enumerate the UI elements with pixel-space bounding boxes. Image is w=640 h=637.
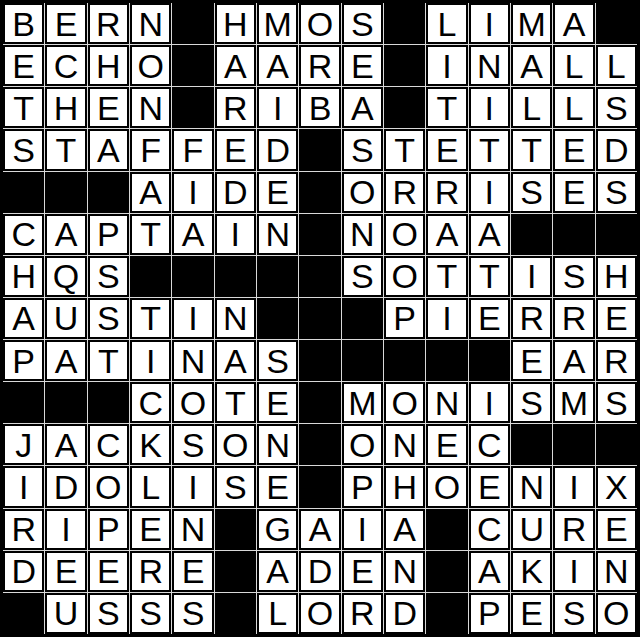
letter-cell-r14c2[interactable]: E <box>45 551 86 592</box>
letter-cell-r12c4[interactable]: L <box>130 466 171 507</box>
letter-cell-r9c15[interactable]: R <box>596 340 637 381</box>
letter-cell-r8c4[interactable]: T <box>130 298 171 339</box>
letter-cell-r13c3[interactable]: P <box>88 509 129 550</box>
letter-cell-r1c7[interactable]: M <box>257 3 298 44</box>
black-cell-r15c11 <box>426 593 467 634</box>
letter-cell-r1c9[interactable]: S <box>342 3 383 44</box>
black-cell-r14c11 <box>426 551 467 592</box>
black-cell-r3c10 <box>384 87 425 128</box>
letter-cell-r1c1[interactable]: B <box>3 3 44 44</box>
letter-cell-r4c11[interactable]: E <box>426 129 467 170</box>
letter-cell-r11c3[interactable]: C <box>88 424 129 465</box>
letter-cell-r13c15[interactable]: E <box>596 509 637 550</box>
black-cell-r14c6 <box>215 551 256 592</box>
letter-cell-r11c4[interactable]: K <box>130 424 171 465</box>
letter-cell-r10c6[interactable]: T <box>215 382 256 423</box>
letter-cell-r11c9[interactable]: O <box>342 424 383 465</box>
letter-cell-r6c7[interactable]: N <box>257 214 298 255</box>
black-cell-r11c13 <box>511 424 552 465</box>
letter-cell-r11c2[interactable]: A <box>45 424 86 465</box>
letter-cell-r4c1[interactable]: S <box>3 129 44 170</box>
letter-cell-r5c11[interactable]: R <box>426 172 467 213</box>
letter-cell-r9c2[interactable]: A <box>45 340 86 381</box>
letter-cell-r10c9[interactable]: M <box>342 382 383 423</box>
black-cell-r13c11 <box>426 509 467 550</box>
black-cell-r3c5 <box>172 87 213 128</box>
letter-cell-r2c9[interactable]: E <box>342 45 383 86</box>
letter-cell-r10c11[interactable]: N <box>426 382 467 423</box>
letter-cell-r2c14[interactable]: L <box>553 45 594 86</box>
letter-cell-r3c6[interactable]: R <box>215 87 256 128</box>
letter-cell-r15c10[interactable]: D <box>384 593 425 634</box>
letter-cell-r2c12[interactable]: N <box>469 45 510 86</box>
letter-cell-r4c15[interactable]: D <box>596 129 637 170</box>
letter-cell-r3c15[interactable]: S <box>596 87 637 128</box>
letter-cell-r15c13[interactable]: E <box>511 593 552 634</box>
letter-cell-r13c9[interactable]: I <box>342 509 383 550</box>
letter-cell-r9c14[interactable]: A <box>553 340 594 381</box>
letter-cell-r7c1[interactable]: H <box>3 256 44 297</box>
letter-cell-r5c15[interactable]: S <box>596 172 637 213</box>
letter-cell-r4c5[interactable]: F <box>172 129 213 170</box>
black-cell-r9c12 <box>469 340 510 381</box>
letter-cell-r1c8[interactable]: O <box>299 3 340 44</box>
black-cell-r1c15 <box>596 3 637 44</box>
letter-cell-r10c7[interactable]: E <box>257 382 298 423</box>
letter-cell-r2c3[interactable]: H <box>88 45 129 86</box>
letter-cell-r1c4[interactable]: N <box>130 3 171 44</box>
letter-cell-r3c4[interactable]: N <box>130 87 171 128</box>
letter-cell-r4c12[interactable]: T <box>469 129 510 170</box>
letter-cell-r3c3[interactable]: E <box>88 87 129 128</box>
letter-cell-r14c7[interactable]: A <box>257 551 298 592</box>
letter-cell-r3c13[interactable]: L <box>511 87 552 128</box>
letter-cell-r13c7[interactable]: G <box>257 509 298 550</box>
letter-cell-r15c12[interactable]: P <box>469 593 510 634</box>
black-cell-r8c8 <box>299 298 340 339</box>
letter-cell-r3c8[interactable]: B <box>299 87 340 128</box>
letter-cell-r4c3[interactable]: A <box>88 129 129 170</box>
letter-cell-r6c3[interactable]: P <box>88 214 129 255</box>
letter-cell-r5c14[interactable]: E <box>553 172 594 213</box>
black-cell-r11c15 <box>596 424 637 465</box>
letter-cell-r12c13[interactable]: N <box>511 466 552 507</box>
letter-cell-r14c15[interactable]: N <box>596 551 637 592</box>
letter-cell-r4c2[interactable]: T <box>45 129 86 170</box>
letter-cell-r9c5[interactable]: N <box>172 340 213 381</box>
letter-cell-r2c7[interactable]: A <box>257 45 298 86</box>
letter-cell-r11c1[interactable]: J <box>3 424 44 465</box>
letter-cell-r10c5[interactable]: O <box>172 382 213 423</box>
black-cell-r10c2 <box>45 382 86 423</box>
letter-cell-r6c10[interactable]: O <box>384 214 425 255</box>
letter-cell-r13c12[interactable]: C <box>469 509 510 550</box>
letter-cell-r8c3[interactable]: S <box>88 298 129 339</box>
black-cell-r10c1 <box>3 382 44 423</box>
letter-cell-r13c4[interactable]: E <box>130 509 171 550</box>
letter-cell-r2c1[interactable]: E <box>3 45 44 86</box>
crossword-board: BERNHMOSLIMAECHOAAREINALLTHENRIBATILLSST… <box>0 0 640 637</box>
black-cell-r9c11 <box>426 340 467 381</box>
letter-cell-r6c11[interactable]: A <box>426 214 467 255</box>
letter-cell-r4c13[interactable]: T <box>511 129 552 170</box>
black-cell-r1c10 <box>384 3 425 44</box>
letter-cell-r5c4[interactable]: A <box>130 172 171 213</box>
black-cell-r9c10 <box>384 340 425 381</box>
letter-cell-r12c1[interactable]: I <box>3 466 44 507</box>
letter-cell-r8c5[interactable]: I <box>172 298 213 339</box>
black-cell-r6c15 <box>596 214 637 255</box>
black-cell-r10c3 <box>88 382 129 423</box>
letter-cell-r2c6[interactable]: A <box>215 45 256 86</box>
letter-cell-r14c1[interactable]: D <box>3 551 44 592</box>
letter-cell-r11c7[interactable]: N <box>257 424 298 465</box>
letter-cell-r1c6[interactable]: H <box>215 3 256 44</box>
black-cell-r11c14 <box>553 424 594 465</box>
letter-cell-r9c3[interactable]: T <box>88 340 129 381</box>
letter-cell-r15c15[interactable]: O <box>596 593 637 634</box>
black-cell-r12c8 <box>299 466 340 507</box>
letter-cell-r7c11[interactable]: T <box>426 256 467 297</box>
black-cell-r9c9 <box>342 340 383 381</box>
letter-cell-r10c10[interactable]: O <box>384 382 425 423</box>
letter-cell-r3c12[interactable]: I <box>469 87 510 128</box>
letter-cell-r7c9[interactable]: S <box>342 256 383 297</box>
letter-cell-r4c6[interactable]: E <box>215 129 256 170</box>
letter-cell-r4c14[interactable]: E <box>553 129 594 170</box>
letter-cell-r14c10[interactable]: N <box>384 551 425 592</box>
letter-cell-r12c7[interactable]: E <box>257 466 298 507</box>
letter-cell-r6c6[interactable]: I <box>215 214 256 255</box>
black-cell-r6c14 <box>553 214 594 255</box>
letter-cell-r1c11[interactable]: L <box>426 3 467 44</box>
letter-cell-r7c10[interactable]: O <box>384 256 425 297</box>
letter-cell-r11c11[interactable]: E <box>426 424 467 465</box>
letter-cell-r7c15[interactable]: H <box>596 256 637 297</box>
black-cell-r8c7 <box>257 298 298 339</box>
letter-cell-r12c6[interactable]: S <box>215 466 256 507</box>
letter-cell-r6c12[interactable]: A <box>469 214 510 255</box>
letter-cell-r13c2[interactable]: I <box>45 509 86 550</box>
black-cell-r15c1 <box>3 593 44 634</box>
letter-cell-r12c10[interactable]: H <box>384 466 425 507</box>
letter-cell-r13c14[interactable]: R <box>553 509 594 550</box>
letter-cell-r12c5[interactable]: I <box>172 466 213 507</box>
letter-cell-r14c9[interactable]: E <box>342 551 383 592</box>
letter-cell-r15c4[interactable]: S <box>130 593 171 634</box>
letter-cell-r12c14[interactable]: I <box>553 466 594 507</box>
letter-cell-r5c13[interactable]: S <box>511 172 552 213</box>
letter-cell-r1c13[interactable]: M <box>511 3 552 44</box>
letter-cell-r14c4[interactable]: R <box>130 551 171 592</box>
letter-cell-r14c8[interactable]: D <box>299 551 340 592</box>
letter-cell-r14c3[interactable]: E <box>88 551 129 592</box>
letter-cell-r5c5[interactable]: I <box>172 172 213 213</box>
letter-cell-r4c4[interactable]: F <box>130 129 171 170</box>
letter-cell-r1c12[interactable]: I <box>469 3 510 44</box>
letter-cell-r1c14[interactable]: A <box>553 3 594 44</box>
letter-cell-r8c12[interactable]: E <box>469 298 510 339</box>
black-cell-r11c8 <box>299 424 340 465</box>
letter-cell-r3c2[interactable]: H <box>45 87 86 128</box>
black-cell-r15c6 <box>215 593 256 634</box>
black-cell-r7c6 <box>215 256 256 297</box>
letter-cell-r4c7[interactable]: D <box>257 129 298 170</box>
letter-cell-r9c7[interactable]: S <box>257 340 298 381</box>
letter-cell-r15c5[interactable]: S <box>172 593 213 634</box>
letter-cell-r8c1[interactable]: A <box>3 298 44 339</box>
letter-cell-r7c3[interactable]: S <box>88 256 129 297</box>
black-cell-r6c13 <box>511 214 552 255</box>
letter-cell-r11c6[interactable]: O <box>215 424 256 465</box>
letter-cell-r15c14[interactable]: S <box>553 593 594 634</box>
letter-cell-r1c3[interactable]: R <box>88 3 129 44</box>
letter-cell-r10c4[interactable]: C <box>130 382 171 423</box>
letter-cell-r8c14[interactable]: R <box>553 298 594 339</box>
letter-cell-r13c13[interactable]: U <box>511 509 552 550</box>
letter-cell-r3c11[interactable]: T <box>426 87 467 128</box>
black-cell-r1c5 <box>172 3 213 44</box>
letter-cell-r15c3[interactable]: S <box>88 593 129 634</box>
letter-cell-r12c15[interactable]: X <box>596 466 637 507</box>
black-cell-r8c9 <box>342 298 383 339</box>
letter-cell-r8c6[interactable]: N <box>215 298 256 339</box>
letter-cell-r14c5[interactable]: E <box>172 551 213 592</box>
letter-cell-r15c2[interactable]: U <box>45 593 86 634</box>
letter-cell-r12c9[interactable]: P <box>342 466 383 507</box>
letter-cell-r4c9[interactable]: S <box>342 129 383 170</box>
black-cell-r13c6 <box>215 509 256 550</box>
letter-cell-r13c10[interactable]: A <box>384 509 425 550</box>
letter-cell-r15c8[interactable]: O <box>299 593 340 634</box>
letter-cell-r2c13[interactable]: A <box>511 45 552 86</box>
letter-cell-r11c12[interactable]: C <box>469 424 510 465</box>
letter-cell-r8c10[interactable]: P <box>384 298 425 339</box>
black-cell-r7c4 <box>130 256 171 297</box>
letter-cell-r3c1[interactable]: T <box>3 87 44 128</box>
letter-cell-r5c6[interactable]: D <box>215 172 256 213</box>
letter-cell-r8c11[interactable]: I <box>426 298 467 339</box>
letter-cell-r10c14[interactable]: M <box>553 382 594 423</box>
black-cell-r7c8 <box>299 256 340 297</box>
letter-cell-r12c12[interactable]: E <box>469 466 510 507</box>
black-cell-r9c8 <box>299 340 340 381</box>
letter-cell-r7c2[interactable]: Q <box>45 256 86 297</box>
letter-cell-r5c10[interactable]: R <box>384 172 425 213</box>
letter-cell-r3c9[interactable]: A <box>342 87 383 128</box>
letter-cell-r14c12[interactable]: A <box>469 551 510 592</box>
black-cell-r5c8 <box>299 172 340 213</box>
letter-cell-r15c7[interactable]: L <box>257 593 298 634</box>
letter-cell-r12c3[interactable]: O <box>88 466 129 507</box>
black-cell-r7c5 <box>172 256 213 297</box>
letter-cell-r13c1[interactable]: R <box>3 509 44 550</box>
letter-cell-r5c12[interactable]: I <box>469 172 510 213</box>
black-cell-r7c7 <box>257 256 298 297</box>
letter-cell-r13c8[interactable]: A <box>299 509 340 550</box>
letter-cell-r7c13[interactable]: I <box>511 256 552 297</box>
letter-cell-r7c12[interactable]: T <box>469 256 510 297</box>
letter-cell-r14c13[interactable]: K <box>511 551 552 592</box>
letter-cell-r12c11[interactable]: O <box>426 466 467 507</box>
letter-cell-r13c5[interactable]: N <box>172 509 213 550</box>
letter-cell-r2c2[interactable]: C <box>45 45 86 86</box>
letter-cell-r6c4[interactable]: T <box>130 214 171 255</box>
letter-cell-r10c15[interactable]: S <box>596 382 637 423</box>
letter-cell-r1c2[interactable]: E <box>45 3 86 44</box>
letter-cell-r10c12[interactable]: I <box>469 382 510 423</box>
black-cell-r10c8 <box>299 382 340 423</box>
letter-cell-r3c14[interactable]: L <box>553 87 594 128</box>
black-cell-r2c5 <box>172 45 213 86</box>
letter-cell-r8c13[interactable]: R <box>511 298 552 339</box>
letter-cell-r6c5[interactable]: A <box>172 214 213 255</box>
black-cell-r5c3 <box>88 172 129 213</box>
letter-cell-r2c15[interactable]: L <box>596 45 637 86</box>
letter-cell-r2c4[interactable]: O <box>130 45 171 86</box>
letter-cell-r5c9[interactable]: O <box>342 172 383 213</box>
letter-cell-r14c14[interactable]: I <box>553 551 594 592</box>
letter-cell-r8c15[interactable]: E <box>596 298 637 339</box>
black-cell-r5c1 <box>3 172 44 213</box>
letter-cell-r2c11[interactable]: I <box>426 45 467 86</box>
letter-cell-r5c7[interactable]: E <box>257 172 298 213</box>
black-cell-r5c2 <box>45 172 86 213</box>
letter-cell-r11c5[interactable]: S <box>172 424 213 465</box>
letter-cell-r9c6[interactable]: A <box>215 340 256 381</box>
letter-cell-r4c10[interactable]: T <box>384 129 425 170</box>
letter-cell-r10c13[interactable]: S <box>511 382 552 423</box>
letter-cell-r8c2[interactable]: U <box>45 298 86 339</box>
letter-cell-r6c1[interactable]: C <box>3 214 44 255</box>
letter-cell-r15c9[interactable]: R <box>342 593 383 634</box>
letter-cell-r2c8[interactable]: R <box>299 45 340 86</box>
black-cell-r6c8 <box>299 214 340 255</box>
letter-cell-r12c2[interactable]: D <box>45 466 86 507</box>
letter-cell-r11c10[interactable]: N <box>384 424 425 465</box>
letter-cell-r9c1[interactable]: P <box>3 340 44 381</box>
black-cell-r4c8 <box>299 129 340 170</box>
letter-cell-r6c9[interactable]: N <box>342 214 383 255</box>
black-cell-r2c10 <box>384 45 425 86</box>
letter-cell-r9c13[interactable]: E <box>511 340 552 381</box>
letter-cell-r7c14[interactable]: S <box>553 256 594 297</box>
letter-cell-r3c7[interactable]: I <box>257 87 298 128</box>
letter-cell-r9c4[interactable]: I <box>130 340 171 381</box>
letter-cell-r6c2[interactable]: A <box>45 214 86 255</box>
